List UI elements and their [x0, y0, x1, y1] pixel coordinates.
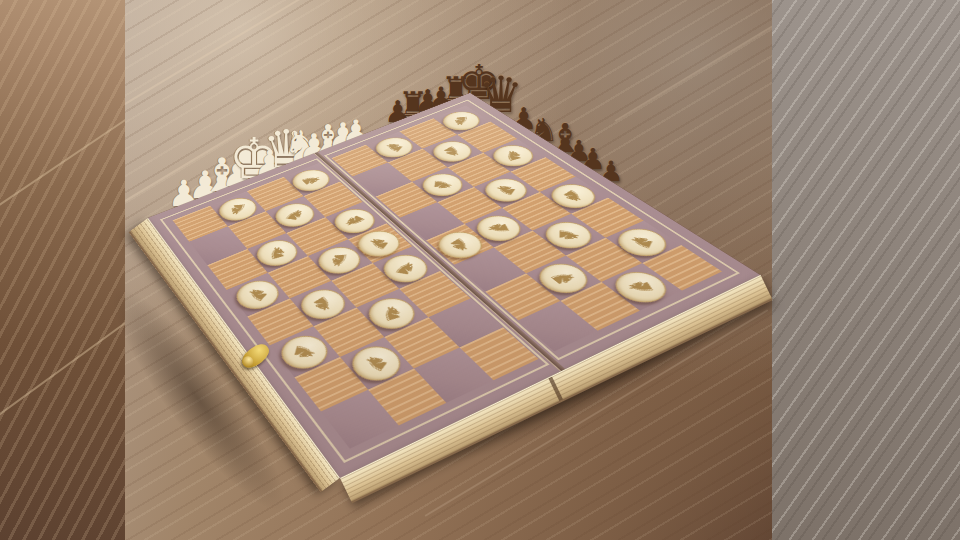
fold-seam-notch — [548, 377, 562, 401]
rocking-horse-knight-icon: ♞ — [422, 174, 463, 196]
rocking-horse-knight-icon: ♞ — [278, 335, 329, 370]
floor-plank-seam — [614, 17, 772, 122]
rocking-horse-knight-icon: ♞ — [218, 198, 257, 221]
screenshot-root: ♟♟♝♟♚♟♛♞♟♝♟♟ ♟♜♟♟♜♚♛♟♞♝♟♟♟ ♞♞♞♞♞♞♞♞♞♞♞♞♞… — [0, 0, 960, 540]
rocking-horse-knight-icon: ♞ — [319, 247, 361, 274]
rocking-horse-knight-icon: ♞ — [547, 222, 590, 249]
rocking-horse-knight-icon: ♞ — [442, 111, 481, 131]
